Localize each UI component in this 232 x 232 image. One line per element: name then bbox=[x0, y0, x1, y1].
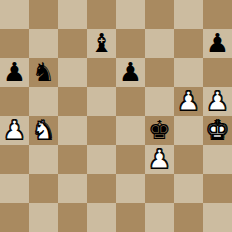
square-a6[interactable]: ♟ bbox=[0, 58, 29, 87]
black-bishop[interactable]: ♝ bbox=[90, 29, 113, 58]
square-f1[interactable] bbox=[145, 203, 174, 232]
square-g5[interactable]: ♟ bbox=[174, 87, 203, 116]
square-a3[interactable] bbox=[0, 145, 29, 174]
square-b8[interactable] bbox=[29, 0, 58, 29]
square-d2[interactable] bbox=[87, 174, 116, 203]
square-h4[interactable]: ♚ bbox=[203, 116, 232, 145]
black-king[interactable]: ♚ bbox=[148, 116, 171, 145]
square-f6[interactable] bbox=[145, 58, 174, 87]
square-b7[interactable] bbox=[29, 29, 58, 58]
square-f5[interactable] bbox=[145, 87, 174, 116]
square-g3[interactable] bbox=[174, 145, 203, 174]
square-c7[interactable] bbox=[58, 29, 87, 58]
black-pawn[interactable]: ♟ bbox=[119, 58, 142, 87]
square-a8[interactable] bbox=[0, 0, 29, 29]
square-f7[interactable] bbox=[145, 29, 174, 58]
black-knight[interactable]: ♞ bbox=[32, 58, 55, 87]
square-h2[interactable] bbox=[203, 174, 232, 203]
square-e4[interactable] bbox=[116, 116, 145, 145]
square-e7[interactable] bbox=[116, 29, 145, 58]
square-e5[interactable] bbox=[116, 87, 145, 116]
square-c4[interactable] bbox=[58, 116, 87, 145]
white-pawn[interactable]: ♟ bbox=[206, 87, 229, 116]
square-d3[interactable] bbox=[87, 145, 116, 174]
square-h3[interactable] bbox=[203, 145, 232, 174]
square-b6[interactable]: ♞ bbox=[29, 58, 58, 87]
square-e3[interactable] bbox=[116, 145, 145, 174]
square-g2[interactable] bbox=[174, 174, 203, 203]
square-d7[interactable]: ♝ bbox=[87, 29, 116, 58]
square-g7[interactable] bbox=[174, 29, 203, 58]
square-a7[interactable] bbox=[0, 29, 29, 58]
square-g1[interactable] bbox=[174, 203, 203, 232]
black-pawn[interactable]: ♟ bbox=[206, 29, 229, 58]
square-h6[interactable] bbox=[203, 58, 232, 87]
square-a5[interactable] bbox=[0, 87, 29, 116]
square-h1[interactable] bbox=[203, 203, 232, 232]
white-knight[interactable]: ♞ bbox=[32, 116, 55, 145]
square-a1[interactable] bbox=[0, 203, 29, 232]
white-king[interactable]: ♚ bbox=[206, 116, 229, 145]
square-d1[interactable] bbox=[87, 203, 116, 232]
square-a4[interactable]: ♟ bbox=[0, 116, 29, 145]
square-b2[interactable] bbox=[29, 174, 58, 203]
square-c6[interactable] bbox=[58, 58, 87, 87]
white-pawn[interactable]: ♟ bbox=[3, 116, 26, 145]
square-e6[interactable]: ♟ bbox=[116, 58, 145, 87]
square-g6[interactable] bbox=[174, 58, 203, 87]
square-c2[interactable] bbox=[58, 174, 87, 203]
square-b4[interactable]: ♞ bbox=[29, 116, 58, 145]
chess-board: ♝♟♟♞♟♟♟♟♞♚♚♟ bbox=[0, 0, 232, 232]
square-b3[interactable] bbox=[29, 145, 58, 174]
square-b5[interactable] bbox=[29, 87, 58, 116]
white-pawn[interactable]: ♟ bbox=[177, 87, 200, 116]
square-c8[interactable] bbox=[58, 0, 87, 29]
square-h5[interactable]: ♟ bbox=[203, 87, 232, 116]
square-f2[interactable] bbox=[145, 174, 174, 203]
square-f3[interactable]: ♟ bbox=[145, 145, 174, 174]
square-g4[interactable] bbox=[174, 116, 203, 145]
square-c1[interactable] bbox=[58, 203, 87, 232]
square-e2[interactable] bbox=[116, 174, 145, 203]
square-b1[interactable] bbox=[29, 203, 58, 232]
square-d5[interactable] bbox=[87, 87, 116, 116]
square-c3[interactable] bbox=[58, 145, 87, 174]
black-pawn[interactable]: ♟ bbox=[3, 58, 26, 87]
square-g8[interactable] bbox=[174, 0, 203, 29]
square-d8[interactable] bbox=[87, 0, 116, 29]
square-e8[interactable] bbox=[116, 0, 145, 29]
square-h7[interactable]: ♟ bbox=[203, 29, 232, 58]
square-d6[interactable] bbox=[87, 58, 116, 87]
square-h8[interactable] bbox=[203, 0, 232, 29]
square-c5[interactable] bbox=[58, 87, 87, 116]
square-a2[interactable] bbox=[0, 174, 29, 203]
square-f8[interactable] bbox=[145, 0, 174, 29]
white-pawn[interactable]: ♟ bbox=[148, 145, 171, 174]
square-e1[interactable] bbox=[116, 203, 145, 232]
square-f4[interactable]: ♚ bbox=[145, 116, 174, 145]
square-d4[interactable] bbox=[87, 116, 116, 145]
